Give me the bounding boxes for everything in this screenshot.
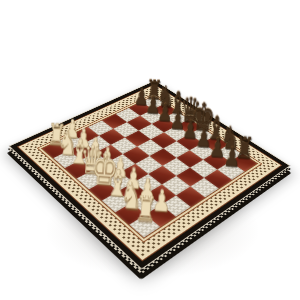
square-f3	[133, 174, 161, 193]
square-g1	[115, 203, 145, 225]
chess-board: ♜♞♝♛♚♝♞♜♟♟♟♟♟♟♟♟♟♟♟♟♟♟♟♟♜♞♝♛♚♝♞♜	[9, 80, 291, 270]
square-h5	[190, 178, 218, 198]
chess-set-photo: ♜♞♝♛♚♝♞♜♟♟♟♟♟♟♟♟♟♟♟♟♟♟♟♟♜♞♝♛♚♝♞♜	[0, 0, 300, 300]
square-g5	[176, 168, 204, 187]
square-h1	[129, 215, 160, 238]
board-surface	[9, 80, 291, 270]
square-h7	[217, 162, 244, 180]
square-f2	[118, 182, 147, 202]
square-d2	[93, 162, 121, 181]
square-d3	[108, 154, 135, 172]
square-g3	[147, 184, 176, 204]
square-e3	[120, 164, 148, 183]
square-e4	[135, 156, 162, 174]
square-e1	[89, 181, 118, 201]
square-h3	[161, 195, 191, 216]
square-h6	[204, 170, 232, 189]
square-f1	[102, 191, 132, 212]
square-g2	[131, 193, 161, 214]
square-h4	[176, 186, 205, 206]
square-f4	[148, 166, 176, 185]
square-f5	[163, 158, 190, 176]
perspective-container: ♜♞♝♛♚♝♞♜♟♟♟♟♟♟♟♟♟♟♟♟♟♟♟♟♜♞♝♛♚♝♞♜	[0, 0, 300, 300]
square-g6	[190, 160, 217, 178]
camera-tilt: ♜♞♝♛♚♝♞♜♟♟♟♟♟♟♟♟♟♟♟♟♟♟♟♟♜♞♝♛♚♝♞♜	[0, 0, 300, 300]
square-g4	[162, 176, 190, 196]
square-d1	[77, 170, 105, 189]
square-c2	[81, 152, 108, 170]
square-h2	[145, 205, 175, 227]
square-b1	[53, 150, 80, 168]
square-c1	[65, 160, 93, 178]
square-e2	[105, 172, 133, 191]
